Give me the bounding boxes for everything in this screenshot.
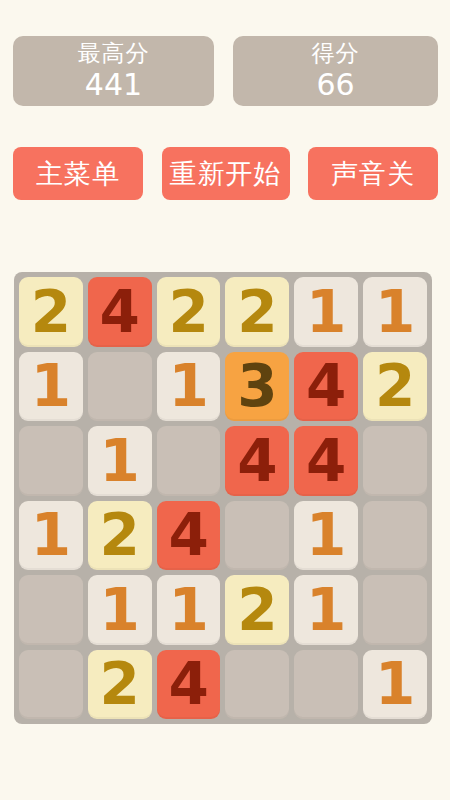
best-score-value: 441 xyxy=(85,67,142,102)
board-tile-1: 1 xyxy=(88,575,152,645)
best-score-label: 最高分 xyxy=(78,40,150,67)
board-tile-2: 2 xyxy=(225,575,289,645)
board-tile-4: 4 xyxy=(294,352,358,422)
toolbar: 主菜单 重新开始 声音关 xyxy=(13,147,438,200)
board-tile-1: 1 xyxy=(294,501,358,571)
board-tile-1: 1 xyxy=(19,501,83,571)
board-tile-4: 4 xyxy=(88,277,152,347)
restart-button[interactable]: 重新开始 xyxy=(162,147,290,200)
best-score-box: 最高分 441 xyxy=(13,36,214,106)
board-tile-1: 1 xyxy=(294,277,358,347)
board-tile-1: 1 xyxy=(19,352,83,422)
board-cell-empty xyxy=(225,650,289,720)
board-tile-1: 1 xyxy=(157,575,221,645)
board-tile-1: 1 xyxy=(88,426,152,496)
score-panel: 最高分 441 得分 66 xyxy=(13,36,438,106)
game-board[interactable]: 2422111134214412411121241 xyxy=(14,272,432,724)
current-score-value: 66 xyxy=(316,67,354,102)
board-tile-1: 1 xyxy=(363,650,427,720)
board-cell-empty xyxy=(88,352,152,422)
app-root: 最高分 441 得分 66 主菜单 重新开始 声音关 2422111134214… xyxy=(0,0,450,800)
board-tile-2: 2 xyxy=(157,277,221,347)
board-tile-3: 3 xyxy=(225,352,289,422)
board-tile-2: 2 xyxy=(363,352,427,422)
board-cell-empty xyxy=(19,650,83,720)
board-tile-1: 1 xyxy=(363,277,427,347)
board-cell-empty xyxy=(294,650,358,720)
board-tile-4: 4 xyxy=(157,501,221,571)
board-cell-empty xyxy=(157,426,221,496)
board-tile-4: 4 xyxy=(157,650,221,720)
board-tile-1: 1 xyxy=(294,575,358,645)
board-cell-empty xyxy=(19,575,83,645)
board-tile-2: 2 xyxy=(88,650,152,720)
current-score-box: 得分 66 xyxy=(233,36,438,106)
main-menu-button[interactable]: 主菜单 xyxy=(13,147,143,200)
board-cell-empty xyxy=(225,501,289,571)
board-cell-empty xyxy=(363,501,427,571)
board-tile-2: 2 xyxy=(19,277,83,347)
sound-toggle-button[interactable]: 声音关 xyxy=(308,147,438,200)
current-score-label: 得分 xyxy=(312,40,360,67)
board-cell-empty xyxy=(363,426,427,496)
board-tile-4: 4 xyxy=(225,426,289,496)
board-cell-empty xyxy=(19,426,83,496)
board-tile-1: 1 xyxy=(157,352,221,422)
board-tile-2: 2 xyxy=(225,277,289,347)
board-cell-empty xyxy=(363,575,427,645)
board-tile-2: 2 xyxy=(88,501,152,571)
board-tile-4: 4 xyxy=(294,426,358,496)
